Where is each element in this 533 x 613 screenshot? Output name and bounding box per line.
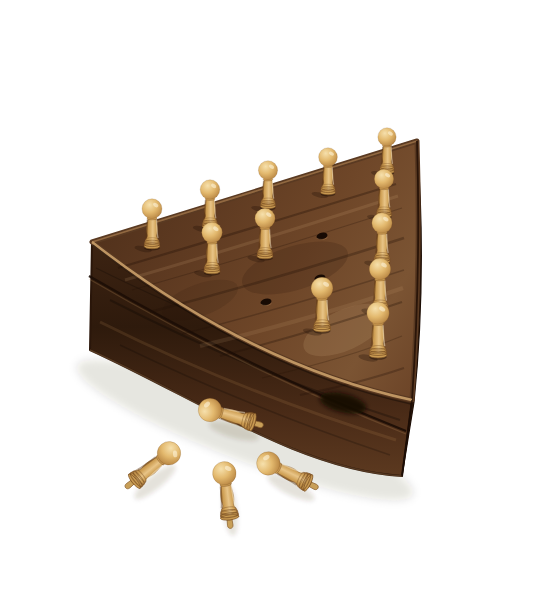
peg-solitaire-board (0, 0, 533, 613)
product-photo-scene (0, 0, 533, 613)
peg-loose-spare3[interactable] (211, 460, 242, 530)
